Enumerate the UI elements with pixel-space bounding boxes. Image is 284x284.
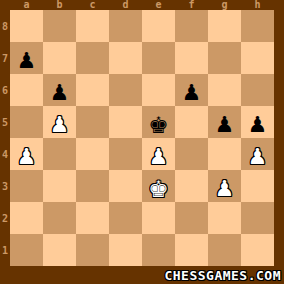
square-g1[interactable] xyxy=(208,234,241,266)
black-pawn: ♟ xyxy=(18,45,34,72)
square-h1[interactable] xyxy=(241,234,274,266)
rank-label-5: 5 xyxy=(0,106,10,138)
black-pawn: ♟ xyxy=(183,77,199,104)
square-d5[interactable] xyxy=(109,106,142,138)
square-a8[interactable] xyxy=(10,10,43,42)
square-c7[interactable] xyxy=(76,42,109,74)
rank-label-2: 2 xyxy=(0,202,10,234)
square-c1[interactable] xyxy=(76,234,109,266)
file-label-g: g xyxy=(208,0,241,10)
square-d8[interactable] xyxy=(109,10,142,42)
square-g8[interactable] xyxy=(208,10,241,42)
white-pawn: ♟ xyxy=(51,109,67,136)
rank-label-4: 4 xyxy=(0,138,10,170)
square-b6[interactable]: ♟ xyxy=(43,74,76,106)
square-g5[interactable]: ♟ xyxy=(208,106,241,138)
square-e3[interactable]: ♚ xyxy=(142,170,175,202)
file-label-c: c xyxy=(76,0,109,10)
square-f8[interactable] xyxy=(175,10,208,42)
chess-board: ♟♟♟♟♚♟♟♟♟♟♚♟ xyxy=(10,10,274,266)
square-e4[interactable]: ♟ xyxy=(142,138,175,170)
square-a2[interactable] xyxy=(10,202,43,234)
square-a7[interactable]: ♟ xyxy=(10,42,43,74)
rank-label-1: 1 xyxy=(0,234,10,266)
rank-label-3: 3 xyxy=(0,170,10,202)
file-label-d: d xyxy=(109,0,142,10)
square-f4[interactable] xyxy=(175,138,208,170)
chessgames-logo: CHESSGAMES.COM xyxy=(164,268,281,283)
black-pawn: ♟ xyxy=(249,109,265,136)
rank-label-6: 6 xyxy=(0,74,10,106)
square-a5[interactable] xyxy=(10,106,43,138)
file-label-h: h xyxy=(241,0,274,10)
square-h4[interactable]: ♟ xyxy=(241,138,274,170)
square-g2[interactable] xyxy=(208,202,241,234)
square-a6[interactable] xyxy=(10,74,43,106)
square-e2[interactable] xyxy=(142,202,175,234)
square-e5[interactable]: ♚ xyxy=(142,106,175,138)
square-g6[interactable] xyxy=(208,74,241,106)
square-b7[interactable] xyxy=(43,42,76,74)
square-c8[interactable] xyxy=(76,10,109,42)
square-f6[interactable]: ♟ xyxy=(175,74,208,106)
square-d3[interactable] xyxy=(109,170,142,202)
square-b5[interactable]: ♟ xyxy=(43,106,76,138)
square-f7[interactable] xyxy=(175,42,208,74)
white-pawn: ♟ xyxy=(18,141,34,168)
square-h5[interactable]: ♟ xyxy=(241,106,274,138)
white-pawn: ♟ xyxy=(150,141,166,168)
square-f2[interactable] xyxy=(175,202,208,234)
chessboard-diagram: abcdefgh 87654321 ♟♟♟♟♚♟♟♟♟♟♚♟ CHESSGAME… xyxy=(0,0,284,284)
square-a1[interactable] xyxy=(10,234,43,266)
square-d2[interactable] xyxy=(109,202,142,234)
square-f3[interactable] xyxy=(175,170,208,202)
square-h7[interactable] xyxy=(241,42,274,74)
square-g4[interactable] xyxy=(208,138,241,170)
file-label-f: f xyxy=(175,0,208,10)
square-h3[interactable] xyxy=(241,170,274,202)
file-labels: abcdefgh xyxy=(10,0,274,10)
square-d4[interactable] xyxy=(109,138,142,170)
rank-label-8: 8 xyxy=(0,10,10,42)
square-b1[interactable] xyxy=(43,234,76,266)
square-c6[interactable] xyxy=(76,74,109,106)
square-b8[interactable] xyxy=(43,10,76,42)
black-pawn: ♟ xyxy=(51,77,67,104)
square-h2[interactable] xyxy=(241,202,274,234)
square-c3[interactable] xyxy=(76,170,109,202)
square-h8[interactable] xyxy=(241,10,274,42)
file-label-b: b xyxy=(43,0,76,10)
square-f5[interactable] xyxy=(175,106,208,138)
square-a3[interactable] xyxy=(10,170,43,202)
square-f1[interactable] xyxy=(175,234,208,266)
square-h6[interactable] xyxy=(241,74,274,106)
square-e7[interactable] xyxy=(142,42,175,74)
square-g7[interactable] xyxy=(208,42,241,74)
square-g3[interactable]: ♟ xyxy=(208,170,241,202)
square-e6[interactable] xyxy=(142,74,175,106)
white-pawn: ♟ xyxy=(249,141,265,168)
square-c2[interactable] xyxy=(76,202,109,234)
black-king: ♚ xyxy=(149,106,168,138)
rank-labels: 87654321 xyxy=(0,10,10,266)
file-label-e: e xyxy=(142,0,175,10)
black-pawn: ♟ xyxy=(216,109,232,136)
square-d7[interactable] xyxy=(109,42,142,74)
white-pawn: ♟ xyxy=(216,173,232,200)
white-king: ♚ xyxy=(149,170,168,202)
square-b3[interactable] xyxy=(43,170,76,202)
square-c4[interactable] xyxy=(76,138,109,170)
square-b2[interactable] xyxy=(43,202,76,234)
square-e8[interactable] xyxy=(142,10,175,42)
square-d1[interactable] xyxy=(109,234,142,266)
square-a4[interactable]: ♟ xyxy=(10,138,43,170)
file-label-a: a xyxy=(10,0,43,10)
square-d6[interactable] xyxy=(109,74,142,106)
rank-label-7: 7 xyxy=(0,42,10,74)
square-b4[interactable] xyxy=(43,138,76,170)
square-e1[interactable] xyxy=(142,234,175,266)
square-c5[interactable] xyxy=(76,106,109,138)
